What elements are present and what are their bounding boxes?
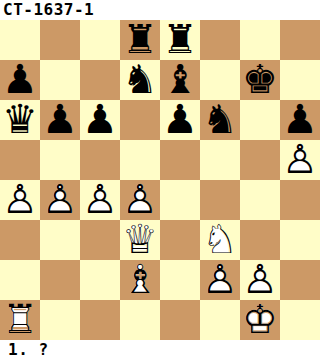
black-pawn-b6[interactable]: ♟	[40, 100, 80, 140]
piece-outline-glyph: ♙	[40, 178, 80, 220]
square-f6[interactable]: ♞	[200, 100, 240, 140]
black-rook-d8[interactable]: ♜	[120, 20, 160, 60]
piece-outline-glyph: ♗	[120, 258, 160, 300]
square-b5[interactable]	[40, 140, 80, 180]
piece-outline-glyph: ♙	[240, 258, 280, 300]
square-a8[interactable]	[0, 20, 40, 60]
white-pawn-h5[interactable]: ♟♙	[280, 140, 320, 180]
white-rook-a1[interactable]: ♜♖	[0, 300, 40, 340]
square-c1[interactable]	[80, 300, 120, 340]
black-pawn-e6[interactable]: ♟	[160, 100, 200, 140]
square-b6[interactable]: ♟	[40, 100, 80, 140]
square-a3[interactable]	[0, 220, 40, 260]
square-e2[interactable]	[160, 260, 200, 300]
square-b8[interactable]	[40, 20, 80, 60]
square-h1[interactable]	[280, 300, 320, 340]
square-g6[interactable]	[240, 100, 280, 140]
piece-outline-glyph: ♙	[0, 178, 40, 220]
square-h5[interactable]: ♟♙	[280, 140, 320, 180]
square-e1[interactable]	[160, 300, 200, 340]
chess-board: ♜♜♟♞♝♚♛♟♟♟♞♟♟♙♟♙♟♙♟♙♟♙♛♕♞♘♝♗♟♙♟♙♜♖♚♔	[0, 20, 320, 340]
piece-glyph: ♚	[240, 58, 280, 100]
square-h8[interactable]	[280, 20, 320, 60]
move-prompt: 1. ?	[0, 340, 320, 360]
square-d6[interactable]	[120, 100, 160, 140]
piece-outline-glyph: ♔	[240, 298, 280, 340]
white-pawn-f2[interactable]: ♟♙	[200, 260, 240, 300]
square-d8[interactable]: ♜	[120, 20, 160, 60]
puzzle-title: CT-1637-1	[0, 0, 320, 20]
square-g5[interactable]	[240, 140, 280, 180]
piece-outline-glyph: ♙	[120, 178, 160, 220]
square-d3[interactable]: ♛♕	[120, 220, 160, 260]
square-e8[interactable]: ♜	[160, 20, 200, 60]
piece-glyph: ♜	[160, 18, 200, 60]
piece-glyph: ♟	[200, 258, 240, 300]
piece-outline-glyph: ♘	[200, 218, 240, 260]
piece-outline-glyph: ♙	[80, 178, 120, 220]
square-b2[interactable]	[40, 260, 80, 300]
white-pawn-d4[interactable]: ♟♙	[120, 180, 160, 220]
square-e6[interactable]: ♟	[160, 100, 200, 140]
white-bishop-d2[interactable]: ♝♗	[120, 260, 160, 300]
square-h4[interactable]	[280, 180, 320, 220]
white-knight-f3[interactable]: ♞♘	[200, 220, 240, 260]
square-a6[interactable]: ♛	[0, 100, 40, 140]
square-g2[interactable]: ♟♙	[240, 260, 280, 300]
square-h3[interactable]	[280, 220, 320, 260]
square-b1[interactable]	[40, 300, 80, 340]
piece-outline-glyph: ♙	[200, 258, 240, 300]
square-c5[interactable]	[80, 140, 120, 180]
square-b3[interactable]	[40, 220, 80, 260]
piece-glyph: ♟	[80, 178, 120, 220]
black-pawn-h6[interactable]: ♟	[280, 100, 320, 140]
square-a2[interactable]	[0, 260, 40, 300]
white-pawn-b4[interactable]: ♟♙	[40, 180, 80, 220]
square-d1[interactable]	[120, 300, 160, 340]
white-pawn-a4[interactable]: ♟♙	[0, 180, 40, 220]
square-e3[interactable]	[160, 220, 200, 260]
square-b7[interactable]	[40, 60, 80, 100]
square-g4[interactable]	[240, 180, 280, 220]
piece-glyph: ♛	[0, 98, 40, 140]
square-f8[interactable]	[200, 20, 240, 60]
piece-glyph: ♟	[40, 178, 80, 220]
piece-glyph: ♚	[240, 298, 280, 340]
square-d2[interactable]: ♝♗	[120, 260, 160, 300]
black-pawn-c6[interactable]: ♟	[80, 100, 120, 140]
piece-glyph: ♛	[120, 218, 160, 260]
piece-glyph: ♞	[200, 218, 240, 260]
piece-glyph: ♟	[0, 178, 40, 220]
square-g7[interactable]: ♚	[240, 60, 280, 100]
square-c8[interactable]	[80, 20, 120, 60]
piece-glyph: ♞	[200, 98, 240, 140]
white-pawn-c4[interactable]: ♟♙	[80, 180, 120, 220]
black-bishop-e7[interactable]: ♝	[160, 60, 200, 100]
white-queen-d3[interactable]: ♛♕	[120, 220, 160, 260]
square-h6[interactable]: ♟	[280, 100, 320, 140]
piece-glyph: ♟	[280, 138, 320, 180]
square-g3[interactable]	[240, 220, 280, 260]
piece-glyph: ♟	[80, 98, 120, 140]
piece-glyph: ♝	[160, 58, 200, 100]
piece-glyph: ♞	[120, 58, 160, 100]
piece-outline-glyph: ♖	[0, 298, 40, 340]
black-queen-a6[interactable]: ♛	[0, 100, 40, 140]
chess-puzzle-page: CT-1637-1 ♜♜♟♞♝♚♛♟♟♟♞♟♟♙♟♙♟♙♟♙♟♙♛♕♞♘♝♗♟♙…	[0, 0, 320, 360]
square-f7[interactable]	[200, 60, 240, 100]
square-e5[interactable]	[160, 140, 200, 180]
piece-glyph: ♟	[0, 58, 40, 100]
black-king-g7[interactable]: ♚	[240, 60, 280, 100]
piece-glyph: ♟	[160, 98, 200, 140]
piece-glyph: ♟	[280, 98, 320, 140]
square-a1[interactable]: ♜♖	[0, 300, 40, 340]
square-a4[interactable]: ♟♙	[0, 180, 40, 220]
square-c3[interactable]	[80, 220, 120, 260]
square-h7[interactable]	[280, 60, 320, 100]
piece-outline-glyph: ♕	[120, 218, 160, 260]
square-e7[interactable]: ♝	[160, 60, 200, 100]
piece-glyph: ♟	[40, 98, 80, 140]
piece-glyph: ♟	[120, 178, 160, 220]
square-c7[interactable]	[80, 60, 120, 100]
square-f5[interactable]	[200, 140, 240, 180]
square-c6[interactable]: ♟	[80, 100, 120, 140]
black-rook-e8[interactable]: ♜	[160, 20, 200, 60]
square-h2[interactable]	[280, 260, 320, 300]
square-d5[interactable]	[120, 140, 160, 180]
square-f1[interactable]	[200, 300, 240, 340]
square-a5[interactable]	[0, 140, 40, 180]
piece-glyph: ♜	[0, 298, 40, 340]
piece-outline-glyph: ♙	[280, 138, 320, 180]
piece-glyph: ♜	[120, 18, 160, 60]
square-f4[interactable]	[200, 180, 240, 220]
square-d7[interactable]: ♞	[120, 60, 160, 100]
square-e4[interactable]	[160, 180, 200, 220]
square-g8[interactable]	[240, 20, 280, 60]
square-g1[interactable]: ♚♔	[240, 300, 280, 340]
square-f2[interactable]: ♟♙	[200, 260, 240, 300]
piece-glyph: ♟	[240, 258, 280, 300]
black-knight-d7[interactable]: ♞	[120, 60, 160, 100]
square-b4[interactable]: ♟♙	[40, 180, 80, 220]
square-c2[interactable]	[80, 260, 120, 300]
square-d4[interactable]: ♟♙	[120, 180, 160, 220]
black-pawn-a7[interactable]: ♟	[0, 60, 40, 100]
white-king-g1[interactable]: ♚♔	[240, 300, 280, 340]
square-f3[interactable]: ♞♘	[200, 220, 240, 260]
piece-glyph: ♝	[120, 258, 160, 300]
square-c4[interactable]: ♟♙	[80, 180, 120, 220]
white-pawn-g2[interactable]: ♟♙	[240, 260, 280, 300]
square-a7[interactable]: ♟	[0, 60, 40, 100]
black-knight-f6[interactable]: ♞	[200, 100, 240, 140]
